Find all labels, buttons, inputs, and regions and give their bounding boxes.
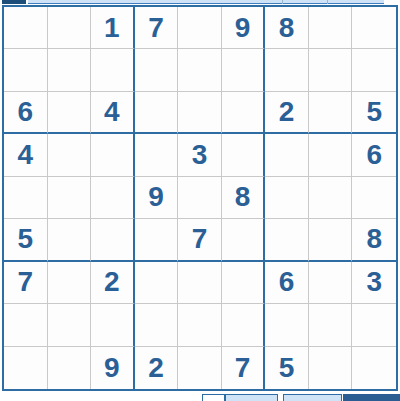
cell-r1c4[interactable]: 7 [135, 7, 179, 49]
cell-r3c5[interactable] [178, 92, 222, 134]
toolbar-separator [327, 0, 328, 4]
cell-r5c1[interactable] [4, 177, 48, 219]
cell-r8c5[interactable] [178, 304, 222, 346]
cell-r6c8[interactable] [309, 219, 353, 261]
cell-r8c3[interactable] [91, 304, 135, 346]
cell-r9c5[interactable] [178, 347, 222, 389]
cell-r3c9[interactable]: 5 [352, 92, 396, 134]
cell-r5c7[interactable] [265, 177, 309, 219]
cell-r5c2[interactable] [48, 177, 92, 219]
cell-r6c5[interactable]: 7 [178, 219, 222, 261]
cell-r4c4[interactable] [135, 134, 179, 176]
bottom-partial-buttons [0, 394, 400, 401]
cell-r5c4[interactable]: 9 [135, 177, 179, 219]
cell-r8c1[interactable] [4, 304, 48, 346]
cell-r9c6[interactable]: 7 [222, 347, 266, 389]
cell-r3c6[interactable] [222, 92, 266, 134]
cell-r2c7[interactable] [265, 49, 309, 91]
cell-r5c5[interactable] [178, 177, 222, 219]
button-fragment-2[interactable] [225, 394, 278, 401]
cell-r8c2[interactable] [48, 304, 92, 346]
button-fragment-3[interactable] [283, 394, 342, 401]
cell-r2c3[interactable] [91, 49, 135, 91]
button-fragment-1[interactable] [202, 394, 225, 401]
cell-r6c1[interactable]: 5 [4, 219, 48, 261]
cell-r1c6[interactable]: 9 [222, 7, 266, 49]
cell-r3c3[interactable]: 4 [91, 92, 135, 134]
cell-r5c8[interactable] [309, 177, 353, 219]
cell-r7c2[interactable] [48, 262, 92, 304]
cell-r5c6[interactable]: 8 [222, 177, 266, 219]
cell-r1c3[interactable]: 1 [91, 7, 135, 49]
cell-r7c4[interactable] [135, 262, 179, 304]
cell-r3c8[interactable] [309, 92, 353, 134]
cell-r7c6[interactable] [222, 262, 266, 304]
cell-r6c6[interactable] [222, 219, 266, 261]
cell-r4c7[interactable] [265, 134, 309, 176]
cell-r9c4[interactable]: 2 [135, 347, 179, 389]
cell-r2c2[interactable] [48, 49, 92, 91]
cell-r1c8[interactable] [309, 7, 353, 49]
cell-r9c9[interactable] [352, 347, 396, 389]
cell-r9c7[interactable]: 5 [265, 347, 309, 389]
cell-r6c4[interactable] [135, 219, 179, 261]
cell-r4c6[interactable] [222, 134, 266, 176]
cell-r6c2[interactable] [48, 219, 92, 261]
cell-r6c3[interactable] [91, 219, 135, 261]
cell-r3c7[interactable]: 2 [265, 92, 309, 134]
cell-r4c5[interactable]: 3 [178, 134, 222, 176]
cell-r6c7[interactable] [265, 219, 309, 261]
sudoku-app: 179864254369857872639275 [0, 0, 400, 401]
cell-r1c9[interactable] [352, 7, 396, 49]
cell-r4c8[interactable] [309, 134, 353, 176]
cell-r9c2[interactable] [48, 347, 92, 389]
cell-r1c1[interactable] [4, 7, 48, 49]
toolbar-separator [282, 0, 283, 4]
cell-r2c6[interactable] [222, 49, 266, 91]
cell-r8c8[interactable] [309, 304, 353, 346]
cell-r3c2[interactable] [48, 92, 92, 134]
cell-r7c8[interactable] [309, 262, 353, 304]
cell-r6c9[interactable]: 8 [352, 219, 396, 261]
cell-r1c7[interactable]: 8 [265, 7, 309, 49]
cell-r9c8[interactable] [309, 347, 353, 389]
cell-r2c8[interactable] [309, 49, 353, 91]
cell-r8c4[interactable] [135, 304, 179, 346]
cell-r7c5[interactable] [178, 262, 222, 304]
cell-r4c9[interactable]: 6 [352, 134, 396, 176]
cell-r7c7[interactable]: 6 [265, 262, 309, 304]
cell-r1c5[interactable] [178, 7, 222, 49]
cell-r1c2[interactable] [48, 7, 92, 49]
cell-r4c2[interactable] [48, 134, 92, 176]
cell-r2c5[interactable] [178, 49, 222, 91]
cell-r3c4[interactable] [135, 92, 179, 134]
cell-r2c9[interactable] [352, 49, 396, 91]
cell-r7c3[interactable]: 2 [91, 262, 135, 304]
cell-r5c9[interactable] [352, 177, 396, 219]
toolbar-fragment-dark [2, 0, 26, 4]
cell-r2c4[interactable] [135, 49, 179, 91]
cell-r9c3[interactable]: 9 [91, 347, 135, 389]
cell-r4c1[interactable]: 4 [4, 134, 48, 176]
cell-r7c9[interactable]: 3 [352, 262, 396, 304]
button-fragment-4[interactable] [343, 394, 400, 401]
cell-r4c3[interactable] [91, 134, 135, 176]
cell-r8c9[interactable] [352, 304, 396, 346]
cell-r5c3[interactable] [91, 177, 135, 219]
cell-r8c7[interactable] [265, 304, 309, 346]
toolbar-fragment-bar [28, 0, 384, 4]
cell-r3c1[interactable]: 6 [4, 92, 48, 134]
cell-r7c1[interactable]: 7 [4, 262, 48, 304]
sudoku-board: 179864254369857872639275 [2, 5, 398, 391]
cell-r9c1[interactable] [4, 347, 48, 389]
cell-r8c6[interactable] [222, 304, 266, 346]
cell-r2c1[interactable] [4, 49, 48, 91]
